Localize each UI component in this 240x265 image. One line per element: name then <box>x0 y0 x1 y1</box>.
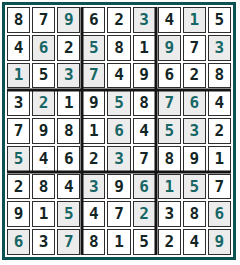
cell-r8c7[interactable]: 3 <box>158 201 181 227</box>
cell-r9c9[interactable]: 9 <box>208 229 231 255</box>
cell-r1c8[interactable]: 1 <box>183 7 206 33</box>
cell-r9c6[interactable]: 5 <box>133 229 156 255</box>
cell-r3c5[interactable]: 4 <box>107 63 130 89</box>
cell-r7c5[interactable]: 9 <box>107 174 130 200</box>
cell-r1c7[interactable]: 4 <box>158 7 181 33</box>
cell-r2c9[interactable]: 3 <box>208 35 231 61</box>
cell-r4c9[interactable]: 4 <box>208 90 231 116</box>
cell-r4c3[interactable]: 1 <box>57 90 80 116</box>
cell-r2c3[interactable]: 2 <box>57 35 80 61</box>
cell-r7c9[interactable]: 7 <box>208 174 231 200</box>
cell-r9c3[interactable]: 7 <box>57 229 80 255</box>
cell-r7c4[interactable]: 3 <box>82 174 105 200</box>
cell-r8c9[interactable]: 6 <box>208 201 231 227</box>
cell-r4c5[interactable]: 5 <box>107 90 130 116</box>
cell-r4c6[interactable]: 8 <box>133 90 156 116</box>
cell-r5c2[interactable]: 9 <box>32 118 55 144</box>
cell-r6c4[interactable]: 2 <box>82 146 105 172</box>
cell-r5c1[interactable]: 7 <box>7 118 30 144</box>
cell-r5c6[interactable]: 4 <box>133 118 156 144</box>
cell-r3c1[interactable]: 1 <box>7 63 30 89</box>
cell-r8c6[interactable]: 2 <box>133 201 156 227</box>
cell-r5c3[interactable]: 8 <box>57 118 80 144</box>
cell-r2c5[interactable]: 8 <box>107 35 130 61</box>
cell-r9c5[interactable]: 1 <box>107 229 130 255</box>
cell-r3c8[interactable]: 2 <box>183 63 206 89</box>
cell-r8c2[interactable]: 1 <box>32 201 55 227</box>
cell-r5c8[interactable]: 3 <box>183 118 206 144</box>
cell-r3c9[interactable]: 8 <box>208 63 231 89</box>
cell-r8c4[interactable]: 4 <box>82 201 105 227</box>
cell-r3c7[interactable]: 6 <box>158 63 181 89</box>
cell-r3c6[interactable]: 9 <box>133 63 156 89</box>
cell-r6c3[interactable]: 6 <box>57 146 80 172</box>
cell-r5c4[interactable]: 1 <box>82 118 105 144</box>
cell-r1c5[interactable]: 2 <box>107 7 130 33</box>
cell-r9c2[interactable]: 3 <box>32 229 55 255</box>
cell-r9c4[interactable]: 8 <box>82 229 105 255</box>
cell-r3c3[interactable]: 3 <box>57 63 80 89</box>
cell-r7c8[interactable]: 5 <box>183 174 206 200</box>
cell-r2c4[interactable]: 5 <box>82 35 105 61</box>
cell-r6c1[interactable]: 5 <box>7 146 30 172</box>
cell-r1c3[interactable]: 9 <box>57 7 80 33</box>
cell-r1c1[interactable]: 8 <box>7 7 30 33</box>
cell-r4c1[interactable]: 3 <box>7 90 30 116</box>
cell-r2c6[interactable]: 1 <box>133 35 156 61</box>
cell-r2c1[interactable]: 4 <box>7 35 30 61</box>
cell-r1c9[interactable]: 5 <box>208 7 231 33</box>
cell-r7c2[interactable]: 8 <box>32 174 55 200</box>
sudoku-grid: 8796234154625819731537496283219587647981… <box>7 7 231 255</box>
cell-r2c2[interactable]: 6 <box>32 35 55 61</box>
cell-r6c8[interactable]: 9 <box>183 146 206 172</box>
cell-r9c8[interactable]: 4 <box>183 229 206 255</box>
cell-r7c7[interactable]: 1 <box>158 174 181 200</box>
cell-r8c8[interactable]: 8 <box>183 201 206 227</box>
cell-r2c8[interactable]: 7 <box>183 35 206 61</box>
cell-r6c7[interactable]: 8 <box>158 146 181 172</box>
cell-r7c3[interactable]: 4 <box>57 174 80 200</box>
cell-r1c2[interactable]: 7 <box>32 7 55 33</box>
cell-r3c2[interactable]: 5 <box>32 63 55 89</box>
cell-r4c2[interactable]: 2 <box>32 90 55 116</box>
cell-r5c9[interactable]: 2 <box>208 118 231 144</box>
cell-r2c7[interactable]: 9 <box>158 35 181 61</box>
cell-r8c3[interactable]: 5 <box>57 201 80 227</box>
cell-r4c8[interactable]: 6 <box>183 90 206 116</box>
cell-r7c1[interactable]: 2 <box>7 174 30 200</box>
cell-r4c7[interactable]: 7 <box>158 90 181 116</box>
cell-r3c4[interactable]: 7 <box>82 63 105 89</box>
cell-r4c4[interactable]: 9 <box>82 90 105 116</box>
cell-r8c5[interactable]: 7 <box>107 201 130 227</box>
cell-r1c4[interactable]: 6 <box>82 7 105 33</box>
cell-r6c2[interactable]: 4 <box>32 146 55 172</box>
cell-r5c7[interactable]: 5 <box>158 118 181 144</box>
cell-r5c5[interactable]: 6 <box>107 118 130 144</box>
cell-r1c6[interactable]: 3 <box>133 7 156 33</box>
cell-r6c6[interactable]: 7 <box>133 146 156 172</box>
cell-r7c6[interactable]: 6 <box>133 174 156 200</box>
cell-r9c7[interactable]: 2 <box>158 229 181 255</box>
cell-r8c1[interactable]: 9 <box>7 201 30 227</box>
cell-r9c1[interactable]: 6 <box>7 229 30 255</box>
cell-r6c5[interactable]: 3 <box>107 146 130 172</box>
cell-r6c9[interactable]: 1 <box>208 146 231 172</box>
sudoku-board: 8796234154625819731537496283219587647981… <box>2 2 236 260</box>
